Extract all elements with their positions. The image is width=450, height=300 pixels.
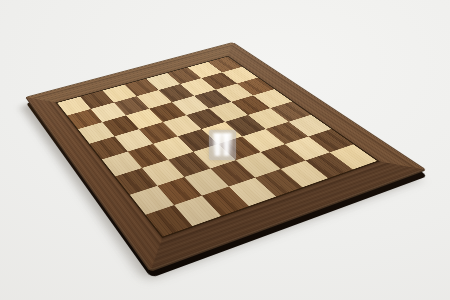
watermark-glyph	[213, 133, 232, 156]
watermark-logo	[209, 130, 236, 160]
photo-background	[0, 0, 450, 300]
